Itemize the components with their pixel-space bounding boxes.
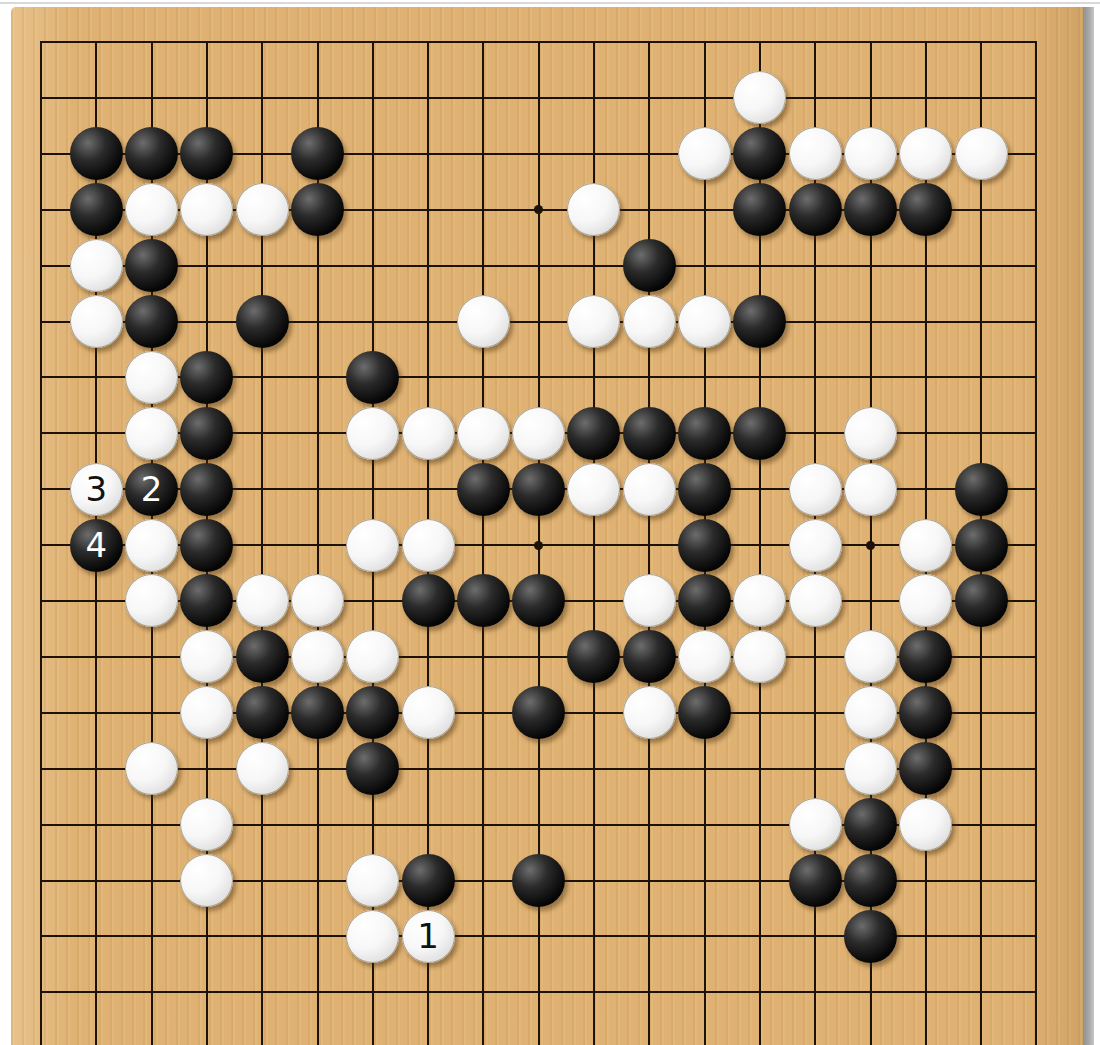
- board-intersection[interactable]: [788, 182, 843, 238]
- board-intersection[interactable]: [179, 405, 234, 461]
- white-stone: [899, 798, 952, 851]
- board-intersection[interactable]: [179, 685, 234, 741]
- board-intersection[interactable]: [898, 629, 953, 685]
- black-stone: [899, 686, 952, 739]
- black-stone: [678, 407, 731, 460]
- board-intersection[interactable]: [345, 685, 400, 741]
- board-intersection[interactable]: 4: [69, 517, 124, 573]
- board-intersection[interactable]: [898, 126, 953, 182]
- board-intersection[interactable]: [953, 461, 1008, 517]
- black-stone: 2: [125, 463, 178, 516]
- board-intersection[interactable]: [290, 182, 345, 238]
- black-stone: [512, 686, 565, 739]
- board-intersection[interactable]: [179, 629, 234, 685]
- white-stone: [899, 519, 952, 572]
- board-intersection[interactable]: [566, 294, 621, 350]
- board-intersection[interactable]: [179, 461, 234, 517]
- black-stone: [180, 463, 233, 516]
- black-stone: [346, 742, 399, 795]
- board-intersection[interactable]: [456, 461, 511, 517]
- white-stone: 3: [70, 463, 123, 516]
- black-stone: [623, 239, 676, 292]
- white-stone: [733, 71, 786, 124]
- board-intersection[interactable]: [953, 126, 1008, 182]
- black-stone: [678, 574, 731, 627]
- black-stone: [623, 407, 676, 460]
- board-intersection[interactable]: [622, 461, 677, 517]
- white-stone: [125, 407, 178, 460]
- white-stone: [955, 127, 1008, 180]
- black-stone: [955, 463, 1008, 516]
- board-intersection[interactable]: [732, 405, 787, 461]
- black-stone: [899, 630, 952, 683]
- white-stone: 1: [402, 910, 455, 963]
- board-intersection[interactable]: [124, 741, 179, 797]
- board-intersection[interactable]: [345, 908, 400, 964]
- white-stone: [180, 686, 233, 739]
- board-intersection[interactable]: [179, 573, 234, 629]
- board-intersection[interactable]: [622, 405, 677, 461]
- black-stone: [844, 798, 897, 851]
- black-stone: [291, 686, 344, 739]
- board-intersection[interactable]: [124, 517, 179, 573]
- black-stone: [955, 519, 1008, 572]
- white-stone: [678, 630, 731, 683]
- board-intersection[interactable]: [677, 685, 732, 741]
- board-intersection[interactable]: [898, 685, 953, 741]
- board-intersection[interactable]: [235, 685, 290, 741]
- board-intersection[interactable]: [290, 629, 345, 685]
- board-intersection[interactable]: [732, 70, 787, 126]
- white-stone: [70, 295, 123, 348]
- board-intersection[interactable]: [953, 573, 1008, 629]
- board-intersection[interactable]: [677, 573, 732, 629]
- black-stone: [789, 183, 842, 236]
- board-intersection[interactable]: [843, 629, 898, 685]
- black-stone: [180, 519, 233, 572]
- black-stone: [180, 127, 233, 180]
- board-intersection[interactable]: [677, 461, 732, 517]
- white-stone: [70, 239, 123, 292]
- white-stone: [623, 295, 676, 348]
- white-stone: [180, 630, 233, 683]
- black-stone: [512, 463, 565, 516]
- board-intersection[interactable]: [843, 852, 898, 908]
- black-stone: [844, 183, 897, 236]
- board-intersection[interactable]: [622, 294, 677, 350]
- board-intersection[interactable]: [677, 629, 732, 685]
- board-intersection[interactable]: [400, 685, 455, 741]
- move-number-label: 4: [85, 528, 107, 562]
- board-intersection[interactable]: [290, 573, 345, 629]
- board-intersection[interactable]: 2: [124, 461, 179, 517]
- white-stone: [733, 574, 786, 627]
- white-stone: [789, 127, 842, 180]
- board-intersection[interactable]: [511, 573, 566, 629]
- black-stone: [346, 686, 399, 739]
- board-intersection[interactable]: [345, 741, 400, 797]
- board-intersection[interactable]: [898, 182, 953, 238]
- board-intersection[interactable]: [179, 797, 234, 853]
- black-stone: [236, 686, 289, 739]
- board-intersection[interactable]: [788, 573, 843, 629]
- black-stone: [733, 295, 786, 348]
- white-stone: [844, 463, 897, 516]
- black-stone: [678, 463, 731, 516]
- black-stone: [457, 463, 510, 516]
- black-stone: [70, 127, 123, 180]
- board-intersection[interactable]: [732, 629, 787, 685]
- board-intersection[interactable]: [456, 294, 511, 350]
- board-intersection[interactable]: [843, 908, 898, 964]
- white-stone: [457, 295, 510, 348]
- board-intersection[interactable]: [235, 741, 290, 797]
- black-stone: [402, 574, 455, 627]
- white-stone: [844, 127, 897, 180]
- board-intersection[interactable]: [898, 797, 953, 853]
- board-intersection[interactable]: [235, 629, 290, 685]
- board-intersection[interactable]: [400, 405, 455, 461]
- white-stone: [180, 798, 233, 851]
- board-intersection[interactable]: [179, 349, 234, 405]
- board-intersection[interactable]: [622, 685, 677, 741]
- board-intersection[interactable]: [235, 182, 290, 238]
- white-stone: [789, 519, 842, 572]
- board-intersection[interactable]: [788, 461, 843, 517]
- white-stone: [180, 183, 233, 236]
- move-number-label: 1: [417, 919, 439, 953]
- board-intersection[interactable]: [400, 517, 455, 573]
- white-stone: [623, 686, 676, 739]
- board-intersection[interactable]: [69, 294, 124, 350]
- white-stone: [678, 295, 731, 348]
- white-stone: [346, 630, 399, 683]
- white-stone: [236, 742, 289, 795]
- white-stone: [291, 630, 344, 683]
- board-intersection[interactable]: [345, 405, 400, 461]
- board-intersection[interactable]: [732, 182, 787, 238]
- black-stone: [844, 910, 897, 963]
- move-number-label: 3: [85, 472, 107, 506]
- board-intersection[interactable]: [69, 126, 124, 182]
- black-stone: [733, 407, 786, 460]
- white-stone: [346, 407, 399, 460]
- board-intersection[interactable]: [788, 517, 843, 573]
- board-intersection[interactable]: [732, 294, 787, 350]
- white-stone: [236, 574, 289, 627]
- board-intersection[interactable]: [290, 126, 345, 182]
- move-number-label: 2: [141, 472, 163, 506]
- board-intersection[interactable]: [843, 405, 898, 461]
- board-intersection[interactable]: [235, 573, 290, 629]
- black-stone: [678, 686, 731, 739]
- board-intersection[interactable]: [622, 573, 677, 629]
- black-stone: [567, 407, 620, 460]
- board-intersection[interactable]: [124, 573, 179, 629]
- white-stone: [512, 407, 565, 460]
- white-stone: [844, 407, 897, 460]
- board-intersection[interactable]: [179, 126, 234, 182]
- board-intersection[interactable]: [69, 182, 124, 238]
- white-stone: [623, 463, 676, 516]
- board-intersection[interactable]: [677, 517, 732, 573]
- black-stone: [291, 127, 344, 180]
- board-intersection[interactable]: [179, 852, 234, 908]
- black-stone: 4: [70, 519, 123, 572]
- board-intersection[interactable]: [290, 685, 345, 741]
- white-stone: [125, 742, 178, 795]
- black-stone: [457, 574, 510, 627]
- board-intersection[interactable]: [124, 349, 179, 405]
- white-stone: [623, 574, 676, 627]
- board-intersection[interactable]: [345, 629, 400, 685]
- board-intersection[interactable]: [566, 405, 621, 461]
- white-stone: [789, 574, 842, 627]
- black-stone: [733, 127, 786, 180]
- board-intersection[interactable]: [235, 294, 290, 350]
- board-intersection[interactable]: [898, 573, 953, 629]
- board-intersection[interactable]: [788, 126, 843, 182]
- white-stone: [291, 574, 344, 627]
- black-stone: [899, 742, 952, 795]
- board-intersection[interactable]: [345, 349, 400, 405]
- board-intersection[interactable]: [843, 461, 898, 517]
- white-stone: [844, 686, 897, 739]
- black-stone: [512, 574, 565, 627]
- white-stone: [125, 519, 178, 572]
- white-stone: [402, 407, 455, 460]
- board-intersection[interactable]: [677, 294, 732, 350]
- black-stone: [623, 630, 676, 683]
- black-stone: [346, 351, 399, 404]
- white-stone: [125, 351, 178, 404]
- board-intersection[interactable]: [124, 182, 179, 238]
- board-intersection[interactable]: [622, 238, 677, 294]
- board-intersection[interactable]: 3: [69, 461, 124, 517]
- black-stone: [125, 295, 178, 348]
- board-intersection[interactable]: [511, 852, 566, 908]
- board-intersection[interactable]: [566, 629, 621, 685]
- board-intersection[interactable]: [124, 238, 179, 294]
- white-stone: [346, 854, 399, 907]
- white-stone: [844, 742, 897, 795]
- white-stone: [678, 127, 731, 180]
- white-stone: [125, 574, 178, 627]
- black-stone: [236, 295, 289, 348]
- board-intersection[interactable]: [843, 182, 898, 238]
- black-stone: [180, 351, 233, 404]
- white-stone: [899, 127, 952, 180]
- white-stone: [899, 574, 952, 627]
- board-intersection[interactable]: [124, 405, 179, 461]
- white-stone: [844, 630, 897, 683]
- black-stone: [180, 407, 233, 460]
- black-stone: [733, 183, 786, 236]
- black-stone: [180, 574, 233, 627]
- board-intersection[interactable]: [788, 797, 843, 853]
- white-stone: [567, 183, 620, 236]
- board-intersection[interactable]: [843, 797, 898, 853]
- white-stone: [567, 463, 620, 516]
- white-stone: [789, 463, 842, 516]
- black-stone: [955, 574, 1008, 627]
- board-intersection[interactable]: [179, 517, 234, 573]
- board-intersection[interactable]: [953, 517, 1008, 573]
- board-intersection[interactable]: [400, 573, 455, 629]
- white-stone: [567, 295, 620, 348]
- white-stone: [125, 183, 178, 236]
- black-stone: [236, 630, 289, 683]
- board-intersection[interactable]: [843, 741, 898, 797]
- white-stone: [402, 519, 455, 572]
- board-intersection[interactable]: [124, 294, 179, 350]
- white-stone: [402, 686, 455, 739]
- white-stone: [346, 519, 399, 572]
- board-intersection[interactable]: [456, 405, 511, 461]
- board-intersection[interactable]: [566, 461, 621, 517]
- black-stone: [402, 854, 455, 907]
- board-intersection[interactable]: [677, 126, 732, 182]
- board-intersection[interactable]: [732, 126, 787, 182]
- black-stone: [567, 630, 620, 683]
- black-stone: [844, 854, 897, 907]
- white-stone: [180, 854, 233, 907]
- white-stone: [733, 630, 786, 683]
- white-stone: [346, 910, 399, 963]
- white-stone: [236, 183, 289, 236]
- board-intersection[interactable]: [124, 126, 179, 182]
- board-intersection[interactable]: [732, 573, 787, 629]
- board-intersection[interactable]: [843, 685, 898, 741]
- board-intersection[interactable]: [345, 852, 400, 908]
- board-intersection[interactable]: [511, 461, 566, 517]
- white-stone: [789, 798, 842, 851]
- board-intersection[interactable]: [898, 517, 953, 573]
- black-stone: [125, 239, 178, 292]
- board-intersection[interactable]: [788, 852, 843, 908]
- board-intersection[interactable]: [345, 517, 400, 573]
- board-intersection[interactable]: [456, 573, 511, 629]
- board-intersection[interactable]: [843, 126, 898, 182]
- black-stone: [291, 183, 344, 236]
- board-intersection[interactable]: [511, 405, 566, 461]
- board-intersection[interactable]: [677, 405, 732, 461]
- board-intersection[interactable]: [179, 182, 234, 238]
- board-intersection[interactable]: [511, 685, 566, 741]
- black-stone: [789, 854, 842, 907]
- board-intersection[interactable]: 1: [400, 908, 455, 964]
- board-intersection[interactable]: [898, 741, 953, 797]
- board-intersection[interactable]: [566, 182, 621, 238]
- black-stone: [678, 519, 731, 572]
- black-stone: [70, 183, 123, 236]
- go-board[interactable]: 3241: [13, 14, 1064, 1045]
- board-intersection[interactable]: [69, 238, 124, 294]
- black-stone: [512, 854, 565, 907]
- black-stone: [899, 183, 952, 236]
- black-stone: [125, 127, 178, 180]
- board-intersection[interactable]: [400, 852, 455, 908]
- go-game-screenshot: 3241: [0, 0, 1100, 1045]
- white-stone: [457, 407, 510, 460]
- board-intersection[interactable]: [622, 629, 677, 685]
